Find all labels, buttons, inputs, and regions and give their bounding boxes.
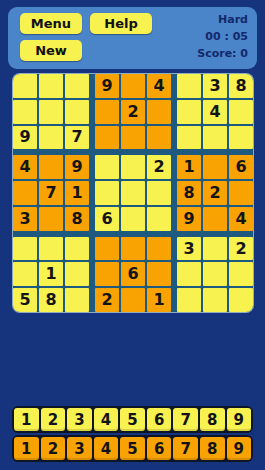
board-cell[interactable]: 2	[147, 155, 171, 179]
board-cell[interactable]	[177, 100, 201, 124]
board-cell[interactable]: 3	[177, 237, 201, 261]
numpad-button[interactable]: 1	[14, 408, 39, 431]
board-cell[interactable]	[13, 237, 37, 261]
board-cell[interactable]	[147, 126, 171, 150]
numpad-button[interactable]: 2	[41, 408, 66, 431]
board-cell[interactable]	[229, 126, 253, 150]
board-cell[interactable]	[203, 207, 227, 231]
board-cell[interactable]: 6	[121, 262, 145, 286]
board-cell[interactable]	[65, 288, 89, 312]
board-cell[interactable]	[39, 237, 63, 261]
board-cell[interactable]	[229, 262, 253, 286]
board-cell[interactable]	[121, 288, 145, 312]
numpad-button[interactable]: 1	[14, 437, 39, 460]
board-cell[interactable]: 7	[39, 181, 63, 205]
board-cell[interactable]	[13, 100, 37, 124]
numpad-button[interactable]: 5	[120, 408, 145, 431]
board-cell[interactable]: 5	[13, 288, 37, 312]
board-cell[interactable]	[203, 155, 227, 179]
board-cell[interactable]	[95, 181, 119, 205]
numpad-button[interactable]: 4	[94, 408, 119, 431]
board-cell[interactable]: 8	[39, 288, 63, 312]
game-info: Hard 00 : 05 Score: 0	[197, 11, 248, 62]
board-cell[interactable]	[177, 126, 201, 150]
board-cell[interactable]	[147, 181, 171, 205]
board-cell[interactable]: 9	[13, 126, 37, 150]
board-cell[interactable]	[229, 288, 253, 312]
board-cell[interactable]: 4	[13, 155, 37, 179]
board-cell[interactable]: 7	[65, 126, 89, 150]
board-cell[interactable]	[147, 262, 171, 286]
score-display: Score: 0	[197, 45, 248, 62]
board-cell[interactable]	[95, 155, 119, 179]
new-button[interactable]: New	[20, 40, 82, 61]
numpad-button[interactable]: 5	[120, 437, 145, 460]
board-cell[interactable]	[65, 237, 89, 261]
board-cell[interactable]	[95, 262, 119, 286]
numpad-button[interactable]: 6	[147, 408, 172, 431]
board-cell[interactable]	[65, 74, 89, 98]
board-cell[interactable]: 2	[121, 100, 145, 124]
numpad-row-yellow: 123456789	[12, 406, 253, 433]
numpad-button[interactable]: 9	[227, 408, 252, 431]
board-cell[interactable]	[147, 207, 171, 231]
numpad-button[interactable]: 7	[173, 437, 198, 460]
board-cell[interactable]	[13, 74, 37, 98]
board-cell[interactable]: 6	[95, 207, 119, 231]
board-cell[interactable]: 2	[95, 288, 119, 312]
board-cell[interactable]	[39, 126, 63, 150]
board-cell[interactable]	[65, 262, 89, 286]
numpad-button[interactable]: 4	[94, 437, 119, 460]
numpad-button[interactable]: 2	[41, 437, 66, 460]
numpad-button[interactable]: 3	[67, 408, 92, 431]
board-cell[interactable]	[39, 74, 63, 98]
timer-display: 00 : 05	[197, 28, 248, 45]
board-cell[interactable]	[203, 126, 227, 150]
board-cell[interactable]	[229, 181, 253, 205]
board-cell[interactable]	[121, 74, 145, 98]
board-cell[interactable]	[121, 207, 145, 231]
board-cell[interactable]: 3	[203, 74, 227, 98]
menu-button[interactable]: Menu	[20, 13, 82, 34]
board-cell[interactable]	[39, 155, 63, 179]
board-cell[interactable]: 4	[229, 207, 253, 231]
numpad-button[interactable]: 3	[67, 437, 92, 460]
board-cell[interactable]	[95, 126, 119, 150]
board-cell[interactable]: 1	[177, 155, 201, 179]
board-cell[interactable]: 4	[147, 74, 171, 98]
board-cell[interactable]	[121, 155, 145, 179]
numpad-button[interactable]: 8	[200, 408, 225, 431]
board-cell[interactable]	[177, 288, 201, 312]
sudoku-board: 943824974921671823869432165821	[12, 73, 254, 313]
board-cell[interactable]	[203, 288, 227, 312]
board-cell[interactable]: 1	[39, 262, 63, 286]
board-cell[interactable]: 8	[229, 74, 253, 98]
board-cell[interactable]	[177, 74, 201, 98]
board-cell[interactable]	[203, 262, 227, 286]
board-cell[interactable]	[95, 100, 119, 124]
board-cell[interactable]	[229, 100, 253, 124]
board-cell[interactable]: 4	[203, 100, 227, 124]
board-cell[interactable]	[39, 100, 63, 124]
board-cell[interactable]	[121, 237, 145, 261]
board-cell[interactable]: 8	[65, 207, 89, 231]
board-cell[interactable]: 3	[13, 207, 37, 231]
board-cell[interactable]	[121, 181, 145, 205]
board-cell[interactable]: 9	[65, 155, 89, 179]
numpad-button[interactable]: 9	[227, 437, 252, 460]
board-cell[interactable]	[39, 207, 63, 231]
board-cell[interactable]: 9	[95, 74, 119, 98]
board-cell[interactable]: 8	[177, 181, 201, 205]
header-panel: Menu Help New Hard 00 : 05 Score: 0	[8, 7, 257, 69]
board-cell[interactable]: 6	[229, 155, 253, 179]
board-cell[interactable]: 1	[65, 181, 89, 205]
numpad-button[interactable]: 8	[200, 437, 225, 460]
board-cell[interactable]	[177, 262, 201, 286]
numpad-row-orange: 123456789	[12, 435, 253, 462]
board-cell[interactable]	[147, 100, 171, 124]
board-cell[interactable]	[13, 181, 37, 205]
difficulty-label: Hard	[197, 11, 248, 28]
board-cell[interactable]: 2	[229, 237, 253, 261]
board-cell[interactable]	[95, 237, 119, 261]
numpad-button[interactable]: 6	[147, 437, 172, 460]
board-cell[interactable]: 1	[147, 288, 171, 312]
board-cell[interactable]	[203, 237, 227, 261]
board-cell[interactable]	[147, 237, 171, 261]
board-cell[interactable]	[65, 100, 89, 124]
board-cell[interactable]	[13, 262, 37, 286]
help-button[interactable]: Help	[90, 13, 152, 34]
numpad-button[interactable]: 7	[173, 408, 198, 431]
board-cell[interactable]: 2	[203, 181, 227, 205]
board-cell[interactable]: 9	[177, 207, 201, 231]
board-cell[interactable]	[121, 126, 145, 150]
